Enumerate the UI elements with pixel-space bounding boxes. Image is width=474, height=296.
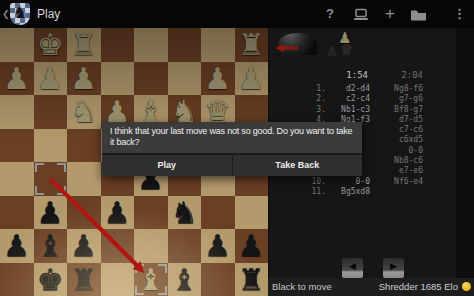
- move-forward-button[interactable]: ▶: [383, 258, 404, 278]
- overflow-menu-icon[interactable]: ⋮: [453, 0, 466, 28]
- move-back-button[interactable]: ◀: [342, 258, 363, 278]
- turn-indicator: Black to move: [272, 278, 332, 296]
- square-h2[interactable]: ♟: [0, 62, 34, 96]
- square-b1[interactable]: [201, 28, 235, 62]
- square-c6[interactable]: ♞: [168, 196, 202, 230]
- move-number: 1.: [268, 84, 326, 94]
- app-window: ❮ ♞ Play ? + ⋮ ♚♜♜♟♟♟♟♟♞♟♝♞♛♞♟♟♟♟♞♟♝♟♟♟♚…: [0, 0, 474, 296]
- square-b2[interactable]: ♟: [201, 62, 235, 96]
- move-row: 11.Bg5xd8: [268, 187, 428, 197]
- selection-corner: [135, 264, 144, 273]
- black-move[interactable]: Bf8-g7: [370, 105, 423, 115]
- square-f3[interactable]: ♞: [67, 95, 101, 129]
- black-move[interactable]: d7-d5: [370, 115, 423, 125]
- square-h7[interactable]: ♟: [0, 229, 34, 263]
- black-move[interactable]: c7-c6: [370, 125, 423, 135]
- move-row: 10.0-0Nf6-e4: [268, 177, 428, 187]
- square-g2[interactable]: ♟: [34, 62, 68, 96]
- black-move[interactable]: Nb8-c6: [370, 156, 423, 166]
- square-d6[interactable]: [134, 196, 168, 230]
- square-d1[interactable]: [134, 28, 168, 62]
- square-d2[interactable]: [134, 62, 168, 96]
- square-e2[interactable]: [101, 62, 135, 96]
- page-title: Play: [37, 0, 60, 28]
- square-g4[interactable]: [34, 129, 68, 163]
- dialog-buttons: Play Take Back: [102, 153, 362, 176]
- black-move[interactable]: e7-e6: [370, 166, 423, 176]
- black-pawn-piece[interactable]: ♟: [0, 229, 34, 263]
- square-e7[interactable]: [101, 229, 135, 263]
- black-move[interactable]: g7-g6: [370, 94, 423, 104]
- square-h3[interactable]: [0, 95, 34, 129]
- evaluation-arrow-icon: [275, 44, 299, 52]
- engine-name: Shredder 1685 Elo: [379, 278, 458, 296]
- black-bishop-piece[interactable]: ♝: [34, 229, 68, 263]
- folder-icon[interactable]: [410, 8, 427, 21]
- square-f4[interactable]: [67, 129, 101, 163]
- square-a1[interactable]: ♜: [235, 28, 269, 62]
- selection-corner: [158, 286, 167, 295]
- move-row: 1.d2-d4Ng8-f6: [268, 84, 428, 94]
- white-rook-piece[interactable]: ♜: [67, 28, 101, 62]
- square-h4[interactable]: [0, 129, 34, 163]
- square-g8[interactable]: ♚: [34, 263, 68, 296]
- black-pawn-piece[interactable]: ♟: [34, 196, 68, 230]
- captured-black-pawn: ♟: [326, 45, 338, 58]
- square-h8[interactable]: [0, 263, 34, 296]
- app-logo-icon[interactable]: ♞: [10, 3, 30, 25]
- square-e6[interactable]: ♟: [101, 196, 135, 230]
- white-rook-piece[interactable]: ♜: [235, 28, 269, 62]
- black-move[interactable]: 0-0: [370, 146, 423, 156]
- square-d7[interactable]: [134, 229, 168, 263]
- white-move[interactable]: 0-0: [326, 177, 370, 187]
- square-g7[interactable]: ♝: [34, 229, 68, 263]
- square-c8[interactable]: ♝: [168, 263, 202, 296]
- square-a2[interactable]: ♟: [235, 62, 269, 96]
- square-b6[interactable]: [201, 196, 235, 230]
- white-pawn-piece[interactable]: ♟: [201, 62, 235, 96]
- white-pawn-piece[interactable]: ♟: [34, 62, 68, 96]
- takeback-dialog: I think that your last move was not so g…: [102, 122, 362, 176]
- move-number: 2.: [268, 94, 326, 104]
- captured-black-queen: ♛: [340, 43, 353, 58]
- square-g3[interactable]: [34, 95, 68, 129]
- white-knight-piece[interactable]: ♞: [67, 95, 101, 129]
- square-g5[interactable]: [34, 162, 68, 196]
- square-f5[interactable]: [67, 162, 101, 196]
- white-move[interactable]: Nb1-c3: [326, 105, 370, 115]
- black-bishop-piece[interactable]: ♝: [168, 263, 202, 296]
- square-c1[interactable]: [168, 28, 202, 62]
- white-move[interactable]: d2-d4: [326, 84, 370, 94]
- selection-corner: [57, 163, 66, 172]
- black-move: [370, 187, 423, 197]
- computer-icon[interactable]: [353, 8, 369, 21]
- black-king-piece[interactable]: ♚: [34, 263, 68, 296]
- move-row: 2.c2-c4g7-g6: [268, 94, 428, 104]
- selection-corner: [135, 286, 144, 295]
- square-f7[interactable]: ♟: [67, 229, 101, 263]
- dialog-message: I think that your last move was not so g…: [102, 122, 362, 153]
- take-back-button[interactable]: Take Back: [232, 155, 363, 176]
- black-clock: 2:04: [383, 70, 423, 80]
- back-chevron-icon[interactable]: ❮: [2, 0, 10, 28]
- square-g1[interactable]: ♚: [34, 28, 68, 62]
- white-move[interactable]: Bg5xd8: [326, 187, 370, 197]
- move-number: 11.: [268, 187, 326, 197]
- square-h1[interactable]: [0, 28, 34, 62]
- white-pawn-piece[interactable]: ♟: [67, 62, 101, 96]
- square-g6[interactable]: ♟: [34, 196, 68, 230]
- black-pawn-piece[interactable]: ♟: [67, 229, 101, 263]
- white-pawn-piece[interactable]: ♟: [235, 62, 269, 96]
- selection-corner: [57, 186, 66, 195]
- square-a8[interactable]: ♜: [235, 263, 269, 296]
- square-a6[interactable]: [235, 196, 269, 230]
- black-move[interactable]: Nf6-e4: [370, 177, 423, 187]
- black-pawn-piece[interactable]: ♟: [235, 229, 269, 263]
- engine-status-dot: [462, 282, 471, 291]
- square-e8[interactable]: [101, 263, 135, 296]
- white-king-piece[interactable]: ♚: [34, 28, 68, 62]
- square-f2[interactable]: ♟: [67, 62, 101, 96]
- black-move[interactable]: c6xd5: [370, 135, 423, 145]
- selection-corner: [158, 264, 167, 273]
- square-b8[interactable]: [201, 263, 235, 296]
- square-d8[interactable]: ♝: [134, 263, 168, 296]
- black-move[interactable]: Ng8-f6: [370, 84, 423, 94]
- white-pawn-piece[interactable]: ♟: [0, 62, 34, 96]
- status-bar: Black to move Shredder 1685 Elo: [268, 278, 474, 296]
- square-c7[interactable]: [168, 229, 202, 263]
- selection-corner: [35, 186, 44, 195]
- square-f8[interactable]: ♜: [67, 263, 101, 296]
- black-rook-piece[interactable]: ♜: [235, 263, 269, 296]
- move-number: 10.: [268, 177, 326, 187]
- help-icon[interactable]: ?: [326, 0, 334, 28]
- white-move[interactable]: c2-c4: [326, 94, 370, 104]
- square-e1[interactable]: [101, 28, 135, 62]
- square-f6[interactable]: [67, 196, 101, 230]
- black-knight-piece[interactable]: ♞: [168, 196, 202, 230]
- square-c2[interactable]: [168, 62, 202, 96]
- square-h5[interactable]: [0, 162, 34, 196]
- selection-corner: [35, 163, 44, 172]
- move-row: 3.Nb1-c3Bf8-g7: [268, 105, 428, 115]
- black-pawn-piece[interactable]: ♟: [201, 229, 235, 263]
- square-h6[interactable]: [0, 196, 34, 230]
- black-pawn-piece[interactable]: ♟: [101, 196, 135, 230]
- square-b7[interactable]: ♟: [201, 229, 235, 263]
- new-game-icon[interactable]: +: [385, 0, 395, 28]
- square-a7[interactable]: ♟: [235, 229, 269, 263]
- action-bar: ❮ ♞ Play ? + ⋮: [0, 0, 474, 28]
- square-f1[interactable]: ♜: [67, 28, 101, 62]
- black-rook-piece[interactable]: ♜: [67, 263, 101, 296]
- white-clock: 1:54: [328, 70, 368, 80]
- play-button[interactable]: Play: [102, 155, 232, 176]
- move-number: 3.: [268, 105, 326, 115]
